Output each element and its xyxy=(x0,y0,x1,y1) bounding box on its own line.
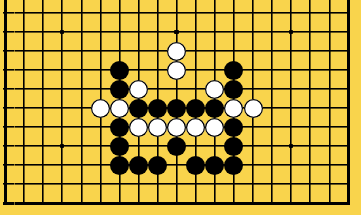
intersection[interactable] xyxy=(53,42,72,61)
intersection[interactable] xyxy=(301,4,320,23)
intersection[interactable] xyxy=(339,80,358,99)
intersection[interactable] xyxy=(205,4,224,23)
intersection[interactable] xyxy=(263,23,282,42)
black-stone: ● xyxy=(167,99,186,118)
intersection[interactable] xyxy=(91,42,110,61)
intersection[interactable] xyxy=(15,99,34,118)
intersection[interactable] xyxy=(72,99,91,118)
intersection[interactable] xyxy=(129,42,148,61)
intersection[interactable]: ● xyxy=(148,156,167,175)
intersection[interactable] xyxy=(263,4,282,23)
intersection[interactable]: ● xyxy=(110,118,129,137)
intersection[interactable] xyxy=(0,118,15,137)
intersection[interactable]: ● xyxy=(110,156,129,175)
intersection[interactable] xyxy=(15,4,34,23)
intersection[interactable] xyxy=(15,137,34,156)
intersection[interactable]: ● xyxy=(224,156,243,175)
intersection[interactable] xyxy=(15,42,34,61)
intersection[interactable] xyxy=(186,80,205,99)
intersection[interactable] xyxy=(148,4,167,23)
intersection[interactable] xyxy=(15,194,34,213)
white-stone: ● xyxy=(224,99,243,118)
intersection[interactable]: ● xyxy=(110,137,129,156)
intersection[interactable] xyxy=(53,4,72,23)
intersection[interactable] xyxy=(72,42,91,61)
intersection[interactable] xyxy=(15,175,34,194)
intersection[interactable] xyxy=(0,4,15,23)
intersection[interactable] xyxy=(224,194,243,213)
intersection[interactable] xyxy=(301,23,320,42)
intersection[interactable] xyxy=(339,175,358,194)
intersection[interactable] xyxy=(53,118,72,137)
intersection[interactable] xyxy=(53,99,72,118)
intersection[interactable] xyxy=(263,156,282,175)
intersection[interactable] xyxy=(148,194,167,213)
intersection[interactable] xyxy=(301,42,320,61)
intersection[interactable] xyxy=(205,42,224,61)
intersection[interactable]: ● xyxy=(205,156,224,175)
intersection[interactable]: ● xyxy=(167,42,186,61)
intersection[interactable] xyxy=(282,118,301,137)
black-stone: ● xyxy=(129,156,148,175)
intersection[interactable] xyxy=(148,80,167,99)
intersection[interactable] xyxy=(110,42,129,61)
intersection[interactable] xyxy=(320,99,339,118)
black-stone: ● xyxy=(129,99,148,118)
intersection[interactable] xyxy=(282,137,301,156)
intersection[interactable] xyxy=(339,194,358,213)
intersection[interactable] xyxy=(320,175,339,194)
intersection[interactable] xyxy=(320,156,339,175)
intersection[interactable] xyxy=(53,156,72,175)
intersection[interactable] xyxy=(320,4,339,23)
intersection[interactable] xyxy=(15,80,34,99)
intersection[interactable] xyxy=(263,99,282,118)
intersection[interactable] xyxy=(91,156,110,175)
intersection[interactable] xyxy=(243,80,262,99)
white-stone: ● xyxy=(110,99,129,118)
intersection[interactable] xyxy=(148,42,167,61)
black-stone: ● xyxy=(224,61,243,80)
intersection[interactable] xyxy=(34,4,53,23)
intersection[interactable] xyxy=(301,137,320,156)
intersection[interactable] xyxy=(129,23,148,42)
intersection[interactable] xyxy=(91,118,110,137)
intersection[interactable]: ● xyxy=(243,99,262,118)
black-stone: ● xyxy=(167,137,186,156)
intersection[interactable] xyxy=(91,4,110,23)
intersection[interactable] xyxy=(167,4,186,23)
intersection[interactable] xyxy=(34,175,53,194)
intersection[interactable] xyxy=(91,194,110,213)
intersection[interactable] xyxy=(301,80,320,99)
intersection[interactable] xyxy=(205,194,224,213)
intersection[interactable] xyxy=(263,61,282,80)
intersection[interactable]: ● xyxy=(129,156,148,175)
intersection[interactable] xyxy=(15,156,34,175)
intersection[interactable] xyxy=(186,175,205,194)
intersection[interactable] xyxy=(301,61,320,80)
intersection[interactable] xyxy=(167,80,186,99)
intersection[interactable]: ● xyxy=(224,80,243,99)
intersection[interactable] xyxy=(282,99,301,118)
intersection[interactable] xyxy=(91,175,110,194)
intersection[interactable] xyxy=(186,4,205,23)
intersection[interactable] xyxy=(53,175,72,194)
black-stone: ● xyxy=(205,156,224,175)
intersection[interactable] xyxy=(15,23,34,42)
intersection[interactable] xyxy=(91,137,110,156)
intersection[interactable] xyxy=(34,156,53,175)
intersection[interactable] xyxy=(339,99,358,118)
intersection[interactable] xyxy=(243,137,262,156)
white-stone: ● xyxy=(167,61,186,80)
intersection[interactable] xyxy=(186,23,205,42)
intersection[interactable] xyxy=(110,4,129,23)
intersection[interactable] xyxy=(263,194,282,213)
intersection[interactable]: ● xyxy=(167,137,186,156)
intersection[interactable] xyxy=(243,4,262,23)
intersection[interactable] xyxy=(282,175,301,194)
intersection[interactable] xyxy=(0,137,15,156)
intersection[interactable] xyxy=(34,61,53,80)
intersection[interactable] xyxy=(0,61,15,80)
intersection[interactable] xyxy=(243,175,262,194)
intersection[interactable] xyxy=(282,194,301,213)
intersection[interactable] xyxy=(15,118,34,137)
intersection[interactable] xyxy=(91,61,110,80)
white-stone: ● xyxy=(186,118,205,137)
intersection[interactable] xyxy=(34,80,53,99)
intersection[interactable] xyxy=(129,137,148,156)
black-stone: ● xyxy=(110,156,129,175)
intersection[interactable] xyxy=(148,175,167,194)
intersection[interactable] xyxy=(282,42,301,61)
intersection[interactable]: ● xyxy=(148,99,167,118)
white-stone: ● xyxy=(205,80,224,99)
intersection[interactable] xyxy=(91,80,110,99)
black-stone: ● xyxy=(186,156,205,175)
intersection[interactable] xyxy=(148,61,167,80)
black-stone: ● xyxy=(224,118,243,137)
white-stone: ● xyxy=(148,118,167,137)
intersection[interactable] xyxy=(167,23,186,42)
intersection[interactable]: ● xyxy=(129,80,148,99)
intersection[interactable] xyxy=(320,137,339,156)
intersection[interactable] xyxy=(339,23,358,42)
intersection[interactable] xyxy=(243,61,262,80)
intersection[interactable] xyxy=(129,175,148,194)
intersection[interactable] xyxy=(72,137,91,156)
intersection[interactable] xyxy=(0,23,15,42)
intersection[interactable] xyxy=(224,4,243,23)
intersection[interactable] xyxy=(301,175,320,194)
intersection[interactable]: ● xyxy=(205,99,224,118)
intersection[interactable] xyxy=(72,175,91,194)
intersection[interactable] xyxy=(148,137,167,156)
intersection[interactable] xyxy=(301,118,320,137)
intersection[interactable]: ● xyxy=(224,118,243,137)
intersection[interactable] xyxy=(243,156,262,175)
intersection[interactable] xyxy=(320,194,339,213)
intersection[interactable] xyxy=(0,156,15,175)
intersection[interactable] xyxy=(0,80,15,99)
intersection[interactable] xyxy=(243,23,262,42)
intersection[interactable] xyxy=(0,194,15,213)
intersection[interactable] xyxy=(53,80,72,99)
intersection[interactable] xyxy=(34,42,53,61)
intersection[interactable] xyxy=(282,61,301,80)
intersection[interactable] xyxy=(34,118,53,137)
intersection[interactable] xyxy=(339,61,358,80)
intersection[interactable] xyxy=(263,118,282,137)
intersection[interactable] xyxy=(320,42,339,61)
intersection[interactable] xyxy=(72,80,91,99)
intersection[interactable] xyxy=(339,4,358,23)
black-stone: ● xyxy=(224,80,243,99)
intersection[interactable] xyxy=(129,4,148,23)
black-stone: ● xyxy=(110,80,129,99)
intersection[interactable]: ● xyxy=(186,118,205,137)
intersection[interactable]: ● xyxy=(205,80,224,99)
intersection[interactable] xyxy=(53,61,72,80)
black-stone: ● xyxy=(110,61,129,80)
intersection[interactable] xyxy=(53,194,72,213)
intersection[interactable] xyxy=(186,194,205,213)
intersection[interactable]: ● xyxy=(129,118,148,137)
black-stone: ● xyxy=(110,118,129,137)
intersection[interactable] xyxy=(301,194,320,213)
white-stone: ● xyxy=(167,42,186,61)
intersection[interactable] xyxy=(167,175,186,194)
intersection[interactable] xyxy=(72,118,91,137)
intersection[interactable]: ● xyxy=(129,99,148,118)
white-stone: ● xyxy=(244,99,263,118)
intersection[interactable] xyxy=(53,137,72,156)
intersection[interactable] xyxy=(320,23,339,42)
intersection[interactable] xyxy=(301,156,320,175)
intersection[interactable]: ● xyxy=(91,99,110,118)
intersection[interactable] xyxy=(243,194,262,213)
intersection[interactable] xyxy=(34,99,53,118)
intersection[interactable] xyxy=(167,156,186,175)
intersection[interactable] xyxy=(0,175,15,194)
intersection[interactable]: ● xyxy=(167,99,186,118)
board-grid: ●●●●●●●●●●●●●●●●●●●●●●●●●●●●●●●●● xyxy=(0,0,358,213)
intersection[interactable] xyxy=(186,42,205,61)
black-stone: ● xyxy=(224,156,243,175)
black-stone: ● xyxy=(148,99,167,118)
white-stone: ● xyxy=(91,99,110,118)
intersection[interactable] xyxy=(205,61,224,80)
intersection[interactable] xyxy=(186,61,205,80)
intersection[interactable] xyxy=(320,80,339,99)
black-stone: ● xyxy=(224,137,243,156)
intersection[interactable]: ● xyxy=(167,118,186,137)
intersection[interactable] xyxy=(34,23,53,42)
white-stone: ● xyxy=(129,80,148,99)
intersection[interactable] xyxy=(205,23,224,42)
intersection[interactable] xyxy=(224,23,243,42)
intersection[interactable]: ● xyxy=(148,118,167,137)
intersection[interactable] xyxy=(339,137,358,156)
intersection[interactable] xyxy=(205,175,224,194)
black-stone: ● xyxy=(148,156,167,175)
intersection[interactable] xyxy=(282,80,301,99)
intersection[interactable]: ● xyxy=(167,61,186,80)
white-stone: ● xyxy=(167,118,186,137)
intersection[interactable] xyxy=(339,118,358,137)
intersection[interactable]: ● xyxy=(186,99,205,118)
go-board: ●●●●●●●●●●●●●●●●●●●●●●●●●●●●●●●●● xyxy=(0,0,361,215)
intersection[interactable] xyxy=(53,23,72,42)
intersection[interactable] xyxy=(34,194,53,213)
intersection[interactable] xyxy=(320,61,339,80)
intersection[interactable] xyxy=(263,42,282,61)
intersection[interactable] xyxy=(263,80,282,99)
intersection[interactable] xyxy=(263,137,282,156)
black-stone: ● xyxy=(205,99,224,118)
white-stone: ● xyxy=(129,118,148,137)
intersection[interactable] xyxy=(148,23,167,42)
black-stone: ● xyxy=(110,137,129,156)
intersection[interactable] xyxy=(72,61,91,80)
intersection[interactable] xyxy=(243,42,262,61)
intersection[interactable] xyxy=(91,23,110,42)
intersection[interactable]: ● xyxy=(224,61,243,80)
intersection[interactable] xyxy=(301,99,320,118)
intersection[interactable] xyxy=(72,23,91,42)
intersection[interactable]: ● xyxy=(224,137,243,156)
intersection[interactable] xyxy=(15,61,34,80)
intersection[interactable] xyxy=(167,194,186,213)
intersection[interactable] xyxy=(282,156,301,175)
intersection[interactable] xyxy=(129,61,148,80)
intersection[interactable] xyxy=(243,118,262,137)
black-stone: ● xyxy=(186,99,205,118)
intersection[interactable] xyxy=(339,156,358,175)
white-stone: ● xyxy=(205,118,224,137)
intersection[interactable] xyxy=(0,99,15,118)
intersection[interactable] xyxy=(282,23,301,42)
intersection[interactable] xyxy=(224,175,243,194)
intersection[interactable] xyxy=(34,137,53,156)
intersection[interactable]: ● xyxy=(110,61,129,80)
intersection[interactable] xyxy=(72,4,91,23)
intersection[interactable] xyxy=(263,175,282,194)
intersection[interactable] xyxy=(110,23,129,42)
intersection[interactable]: ● xyxy=(110,99,129,118)
intersection[interactable] xyxy=(110,194,129,213)
intersection[interactable] xyxy=(282,4,301,23)
intersection[interactable] xyxy=(205,137,224,156)
intersection[interactable] xyxy=(339,42,358,61)
intersection[interactable]: ● xyxy=(224,99,243,118)
intersection[interactable] xyxy=(320,118,339,137)
intersection[interactable] xyxy=(224,42,243,61)
intersection[interactable]: ● xyxy=(186,156,205,175)
intersection[interactable]: ● xyxy=(110,80,129,99)
intersection[interactable] xyxy=(186,137,205,156)
intersection[interactable] xyxy=(72,156,91,175)
intersection[interactable]: ● xyxy=(205,118,224,137)
intersection[interactable] xyxy=(0,42,15,61)
intersection[interactable] xyxy=(72,194,91,213)
intersection[interactable] xyxy=(110,175,129,194)
intersection[interactable] xyxy=(129,194,148,213)
